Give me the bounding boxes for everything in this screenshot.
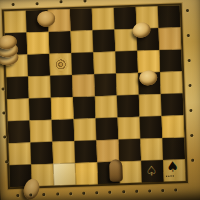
frame-pin-dot [36,2,39,5]
frame-pin-dot [109,191,112,194]
square-f1[interactable] [119,161,142,184]
square-a4[interactable] [7,99,30,122]
square-c4[interactable] [51,97,74,120]
frame-pin-dot [1,87,4,90]
square-f3[interactable] [118,117,141,140]
square-d4[interactable] [73,96,96,119]
square-b6[interactable] [27,54,50,77]
square-b2[interactable] [30,142,53,165]
square-a5[interactable] [6,77,29,100]
photo-background: ♤ ♠ ▪▪▪▪ [0,0,200,200]
square-b4[interactable] [29,98,52,121]
frame-pin-dot [16,194,19,197]
square-f4[interactable] [117,95,140,118]
frame-pin-dot [161,189,164,192]
square-e3[interactable] [96,117,119,140]
frame-pin-dot [43,193,46,196]
piece-p3[interactable] [139,70,158,86]
square-h7[interactable] [158,27,181,50]
square-b5[interactable] [28,76,51,99]
square-e4[interactable] [95,95,118,118]
frame-pin-dot [5,160,8,163]
square-a8[interactable] [4,11,27,34]
square-h2[interactable] [162,137,185,160]
square-f2[interactable] [118,139,141,162]
square-d6[interactable] [71,52,94,75]
square-g4[interactable] [139,94,162,117]
frame-pin-dot [59,0,62,3]
frame-pin-dot [186,9,189,12]
frame-pin-dot [82,192,85,195]
frame-pin-dot [95,191,98,194]
square-c5[interactable] [50,75,73,98]
square-g2[interactable] [140,138,163,161]
square-g6[interactable] [137,50,160,73]
square-d2[interactable] [74,140,97,163]
frame-pin-dot [12,3,15,6]
frame-pin-dot [191,159,194,162]
square-d3[interactable] [74,118,97,141]
square-h4[interactable] [161,93,184,116]
square-c1[interactable] [53,163,76,186]
square-f5[interactable] [116,73,139,96]
square-d7[interactable] [71,30,94,53]
square-e5[interactable] [94,73,117,96]
square-c2[interactable] [52,141,75,164]
square-e6[interactable] [93,52,116,75]
frame-pin-dot [190,134,193,137]
frame-pin-dot [122,190,125,193]
frame-pin-dot [3,135,6,138]
frame-pin-dot [148,189,151,192]
frame-pin-dot [135,190,138,193]
frame-pin-dot [188,59,191,62]
frame-pin-dot [188,84,191,87]
square-c7[interactable] [49,31,72,54]
frame-pin-dot [69,192,72,195]
square-g3[interactable] [140,116,163,139]
square-d5[interactable] [72,74,95,97]
square-h5[interactable] [160,71,183,94]
square-d8[interactable] [70,8,93,31]
frame-pin-dot [2,111,5,114]
spade-emblem-outline-icon: ♤ [145,164,157,177]
square-a3[interactable] [8,121,31,144]
board-frame: ♤ ♠ ▪▪▪▪ [0,0,200,200]
square-h3[interactable] [162,115,185,138]
frame-pin-dot [189,109,192,112]
square-h8[interactable] [158,5,181,28]
square-b7[interactable] [27,32,50,55]
square-d1[interactable] [75,162,98,185]
maker-mark-text: ▪▪▪▪ [166,175,175,178]
square-e8[interactable] [92,8,115,31]
square-b3[interactable] [30,120,53,143]
square-f6[interactable] [115,51,138,74]
square-h6[interactable] [159,49,182,72]
spade-emblem-filled-icon: ♠ [166,159,179,173]
square-c3[interactable] [52,119,75,142]
frame-pin-dot [174,188,177,191]
square-a2[interactable] [8,143,31,166]
frame-pin-dot [56,193,59,196]
square-e7[interactable] [93,30,116,53]
checkers-board: ♤ ♠ ▪▪▪▪ [4,5,186,187]
frame-pin-dot [83,0,86,3]
frame-pin-dot [187,34,190,37]
piece-p6[interactable] [109,159,123,181]
